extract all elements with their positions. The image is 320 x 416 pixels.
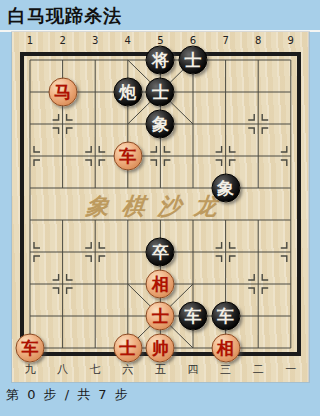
file-numeral-label: 二 <box>248 362 268 377</box>
column-number-label: 8 <box>248 35 268 46</box>
red-piece-相[interactable]: 相 <box>146 270 175 299</box>
file-numeral-label: 七 <box>85 362 105 377</box>
column-number-label: 9 <box>281 35 301 46</box>
black-piece-士[interactable]: 士 <box>179 46 208 75</box>
column-number-label: 7 <box>216 35 236 46</box>
column-number-label: 4 <box>118 35 138 46</box>
black-piece-象[interactable]: 象 <box>211 174 240 203</box>
black-piece-炮[interactable]: 炮 <box>113 78 142 107</box>
column-number-label: 1 <box>20 35 40 46</box>
status-bar: 第 0 步 / 共 7 步 <box>0 382 320 416</box>
file-numeral-label: 六 <box>118 362 138 377</box>
column-number-label: 3 <box>85 35 105 46</box>
column-number-label: 5 <box>150 35 170 46</box>
move-counter: 第 0 步 / 共 7 步 <box>6 386 130 404</box>
file-numeral-label: 五 <box>150 362 170 377</box>
column-number-label: 2 <box>53 35 73 46</box>
black-piece-车[interactable]: 车 <box>179 302 208 331</box>
red-piece-马[interactable]: 马 <box>48 78 77 107</box>
river-watermark: 象棋沙龙 <box>84 191 231 222</box>
file-numeral-label: 一 <box>281 362 301 377</box>
red-piece-车[interactable]: 车 <box>113 142 142 171</box>
black-piece-士[interactable]: 士 <box>146 78 175 107</box>
xiangqi-board[interactable]: 象棋沙龙 123456789九八七六五四三二一将士炮士马象车象卒相士车车车士帅相 <box>12 32 309 382</box>
red-piece-帅[interactable]: 帅 <box>146 334 175 363</box>
title-bar: 白马现蹄杀法 <box>0 0 320 30</box>
black-piece-车[interactable]: 车 <box>211 302 240 331</box>
file-numeral-label: 九 <box>20 362 40 377</box>
file-numeral-label: 四 <box>183 362 203 377</box>
red-piece-士[interactable]: 士 <box>113 334 142 363</box>
black-piece-卒[interactable]: 卒 <box>146 238 175 267</box>
black-piece-将[interactable]: 将 <box>146 46 175 75</box>
red-piece-相[interactable]: 相 <box>211 334 240 363</box>
file-numeral-label: 三 <box>216 362 236 377</box>
red-piece-士[interactable]: 士 <box>146 302 175 331</box>
red-piece-车[interactable]: 车 <box>16 334 45 363</box>
black-piece-象[interactable]: 象 <box>146 110 175 139</box>
file-numeral-label: 八 <box>53 362 73 377</box>
column-number-label: 6 <box>183 35 203 46</box>
puzzle-title: 白马现蹄杀法 <box>8 4 122 28</box>
